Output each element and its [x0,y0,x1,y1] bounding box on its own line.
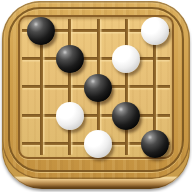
white-stone [84,130,112,158]
black-stone [141,130,169,158]
board-surface [2,1,190,179]
board-field [18,15,174,159]
black-stone [84,74,112,102]
black-stone [112,102,140,130]
white-stone [56,102,84,130]
app-icon[interactable] [0,0,192,192]
white-stone [141,17,169,45]
grid-line-v-1 [68,19,71,155]
white-stone [112,45,140,73]
grid-line-v-3 [125,19,128,155]
board-frame [2,1,190,189]
black-stone [56,45,84,73]
black-stone [27,17,55,45]
